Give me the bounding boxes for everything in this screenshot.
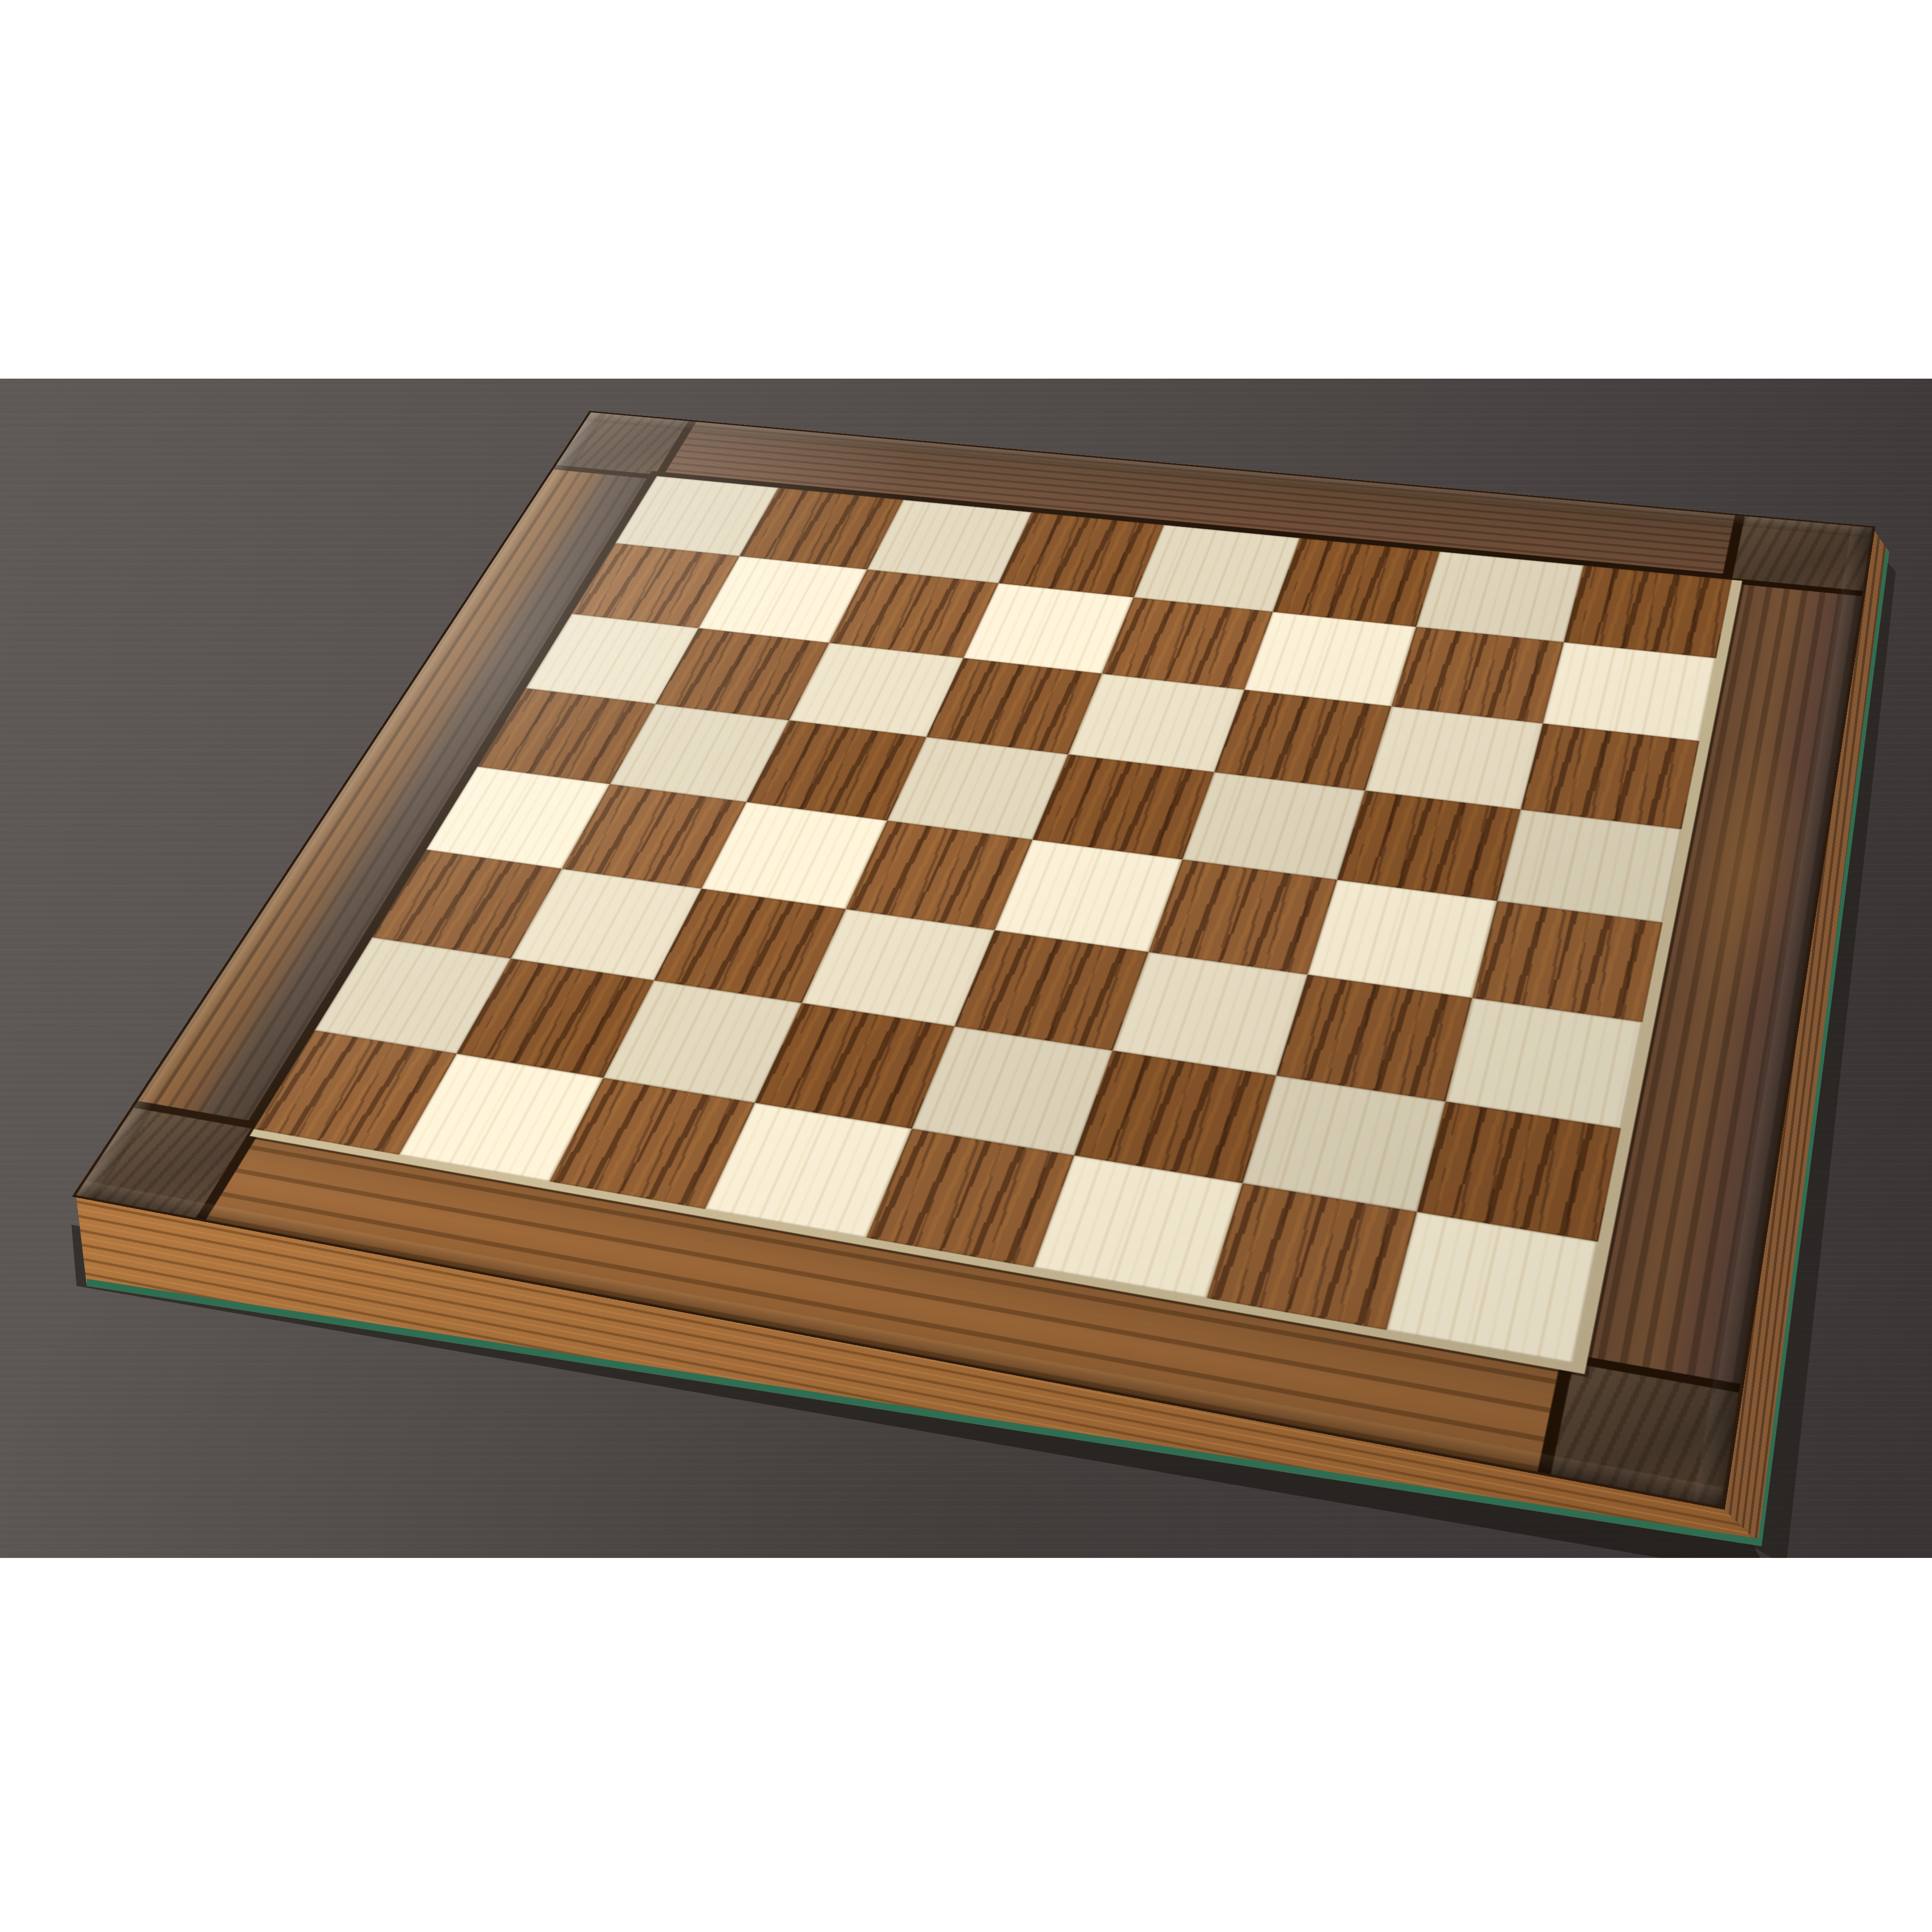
square-e8 <box>1134 525 1300 612</box>
square-h8 <box>1564 565 1732 658</box>
scene-world <box>0 379 1932 1558</box>
square-e7 <box>1102 598 1273 690</box>
table-scene <box>0 379 1932 1558</box>
square-g8 <box>1416 552 1583 642</box>
square-f8 <box>1273 538 1440 627</box>
